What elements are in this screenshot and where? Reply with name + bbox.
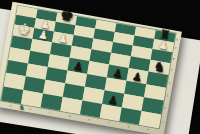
board-logo-knight-icon: ♞ bbox=[18, 104, 26, 113]
rank-label-2: 2 bbox=[163, 107, 166, 110]
file-label-g: g bbox=[126, 125, 131, 128]
square-c1[interactable] bbox=[41, 94, 63, 111]
square-a1[interactable] bbox=[1, 87, 23, 104]
file-label-a: a bbox=[8, 104, 13, 107]
file-label-c: c bbox=[47, 111, 52, 114]
rank-label-5: 5 bbox=[170, 68, 173, 71]
photo-background: ♚♜♟♟♚♟♟♞♟♟♟♟ ♞ 87654321abcdefgh bbox=[0, 0, 200, 134]
rank-label-3: 3 bbox=[166, 94, 169, 97]
rank-label-7: 7 bbox=[174, 47, 177, 50]
file-label-e: e bbox=[87, 118, 92, 121]
rank-label-8: 8 bbox=[175, 37, 178, 40]
file-label-h: h bbox=[146, 128, 151, 131]
file-label-f: f bbox=[107, 121, 112, 124]
rank-label-6: 6 bbox=[172, 57, 175, 60]
square-h1[interactable] bbox=[139, 111, 161, 128]
rank-label-1: 1 bbox=[161, 121, 164, 124]
file-label-d: d bbox=[67, 114, 72, 117]
square-g1[interactable] bbox=[119, 107, 141, 124]
square-e1[interactable] bbox=[80, 101, 102, 118]
rank-label-4: 4 bbox=[168, 81, 171, 84]
square-f1[interactable] bbox=[100, 104, 122, 121]
file-label-b: b bbox=[28, 107, 33, 110]
square-d1[interactable] bbox=[60, 97, 82, 114]
